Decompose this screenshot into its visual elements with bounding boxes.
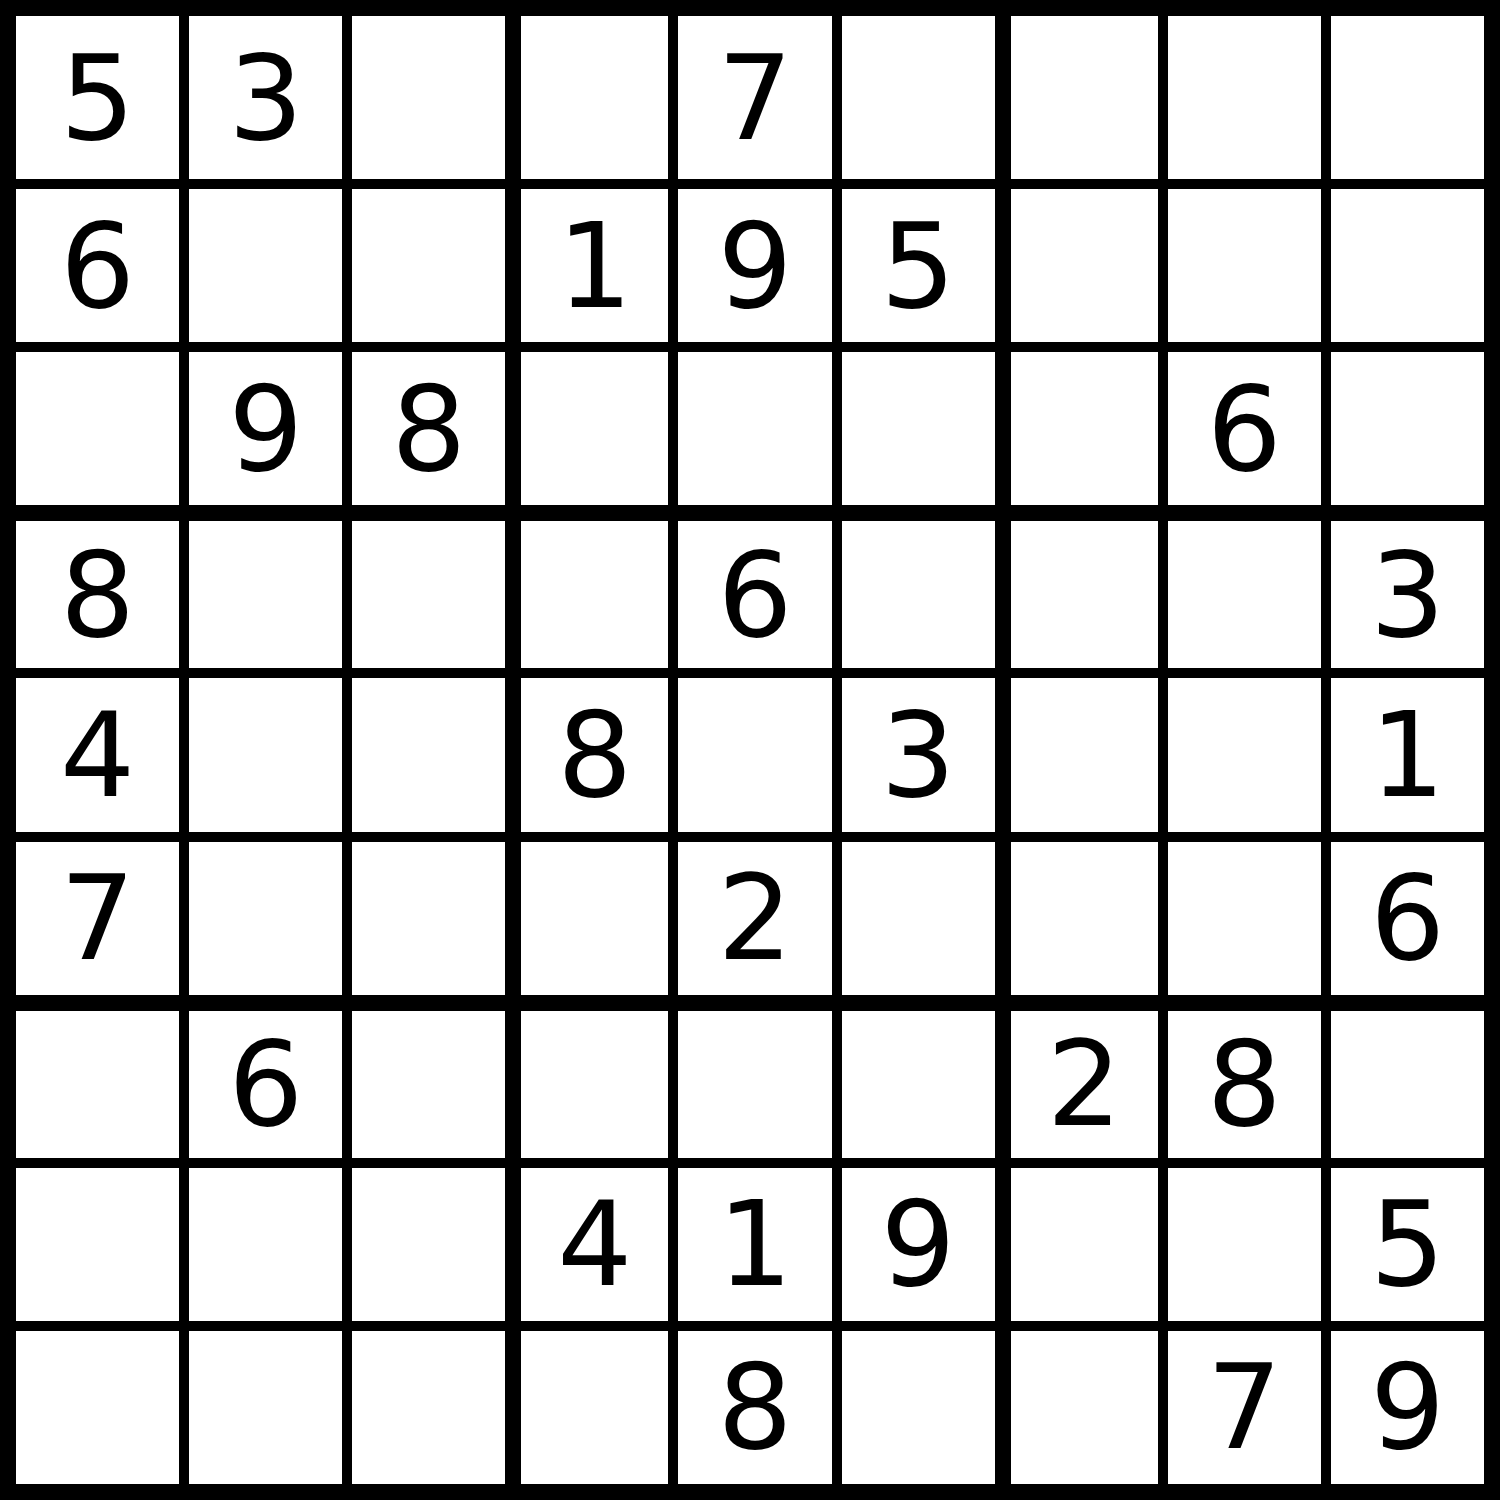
- cell-r9c6[interactable]: [832, 1321, 995, 1484]
- cell-r1c1: 5: [16, 16, 179, 179]
- cell-given-digit: 1: [717, 1185, 792, 1303]
- cell-r3c5[interactable]: [668, 342, 831, 505]
- cell-given-digit: 6: [1207, 370, 1282, 488]
- cell-given-digit: 6: [1370, 859, 1445, 977]
- cell-r3c6[interactable]: [832, 342, 995, 505]
- cell-given-digit: 1: [557, 207, 632, 325]
- cell-r8c2[interactable]: [179, 1158, 342, 1321]
- cell-r3c2: 9: [179, 342, 342, 505]
- cell-given-digit: 4: [60, 696, 135, 814]
- cell-r2c6: 5: [832, 179, 995, 342]
- cell-given-digit: 3: [1370, 536, 1445, 654]
- cell-r7c3[interactable]: [342, 995, 505, 1158]
- cell-r6c3[interactable]: [342, 832, 505, 995]
- cell-given-digit: 2: [1047, 1025, 1122, 1143]
- cell-r1c7[interactable]: [995, 16, 1158, 179]
- cell-r9c9: 9: [1321, 1321, 1484, 1484]
- cell-r5c2[interactable]: [179, 668, 342, 831]
- cell-r2c7[interactable]: [995, 179, 1158, 342]
- cell-given-digit: 8: [557, 696, 632, 814]
- cell-given-digit: 9: [881, 1185, 956, 1303]
- cell-r7c9[interactable]: [1321, 995, 1484, 1158]
- cell-given-digit: 5: [1370, 1185, 1445, 1303]
- cell-r3c9[interactable]: [1321, 342, 1484, 505]
- cell-r9c3[interactable]: [342, 1321, 505, 1484]
- cell-given-digit: 5: [881, 207, 956, 325]
- cell-r5c5[interactable]: [668, 668, 831, 831]
- cell-r9c4[interactable]: [505, 1321, 668, 1484]
- cell-r8c8[interactable]: [1158, 1158, 1321, 1321]
- cell-given-digit: 9: [228, 370, 303, 488]
- cell-r4c1: 8: [16, 505, 179, 668]
- cell-r6c9: 6: [1321, 832, 1484, 995]
- cell-given-digit: 5: [60, 39, 135, 157]
- cell-r3c4[interactable]: [505, 342, 668, 505]
- cell-r4c6[interactable]: [832, 505, 995, 668]
- cell-r3c3: 8: [342, 342, 505, 505]
- cell-r8c6: 9: [832, 1158, 995, 1321]
- cell-r1c3[interactable]: [342, 16, 505, 179]
- cell-r2c4: 1: [505, 179, 668, 342]
- cell-r5c9: 1: [1321, 668, 1484, 831]
- cell-given-digit: 3: [881, 696, 956, 814]
- cell-r4c8[interactable]: [1158, 505, 1321, 668]
- cell-r6c5: 2: [668, 832, 831, 995]
- cell-r5c3[interactable]: [342, 668, 505, 831]
- cell-r6c8[interactable]: [1158, 832, 1321, 995]
- cell-r8c9: 5: [1321, 1158, 1484, 1321]
- cell-given-digit: 8: [60, 536, 135, 654]
- cell-r9c7[interactable]: [995, 1321, 1158, 1484]
- cell-r5c1: 4: [16, 668, 179, 831]
- cell-r8c1[interactable]: [16, 1158, 179, 1321]
- cell-r5c7[interactable]: [995, 668, 1158, 831]
- cell-given-digit: 7: [717, 39, 792, 157]
- cell-given-digit: 8: [1207, 1025, 1282, 1143]
- cell-r9c5: 8: [668, 1321, 831, 1484]
- cell-r5c8[interactable]: [1158, 668, 1321, 831]
- cell-given-digit: 3: [228, 39, 303, 157]
- cell-r6c4[interactable]: [505, 832, 668, 995]
- cell-r3c1[interactable]: [16, 342, 179, 505]
- cell-r6c2[interactable]: [179, 832, 342, 995]
- cell-r8c5: 1: [668, 1158, 831, 1321]
- cell-r3c7[interactable]: [995, 342, 1158, 505]
- cell-r4c2[interactable]: [179, 505, 342, 668]
- cell-given-digit: 9: [717, 207, 792, 325]
- cell-r6c7[interactable]: [995, 832, 1158, 995]
- cell-r7c6[interactable]: [832, 995, 995, 1158]
- cell-r7c2: 6: [179, 995, 342, 1158]
- cell-r5c4: 8: [505, 668, 668, 831]
- cell-given-digit: 6: [60, 207, 135, 325]
- cell-r1c5: 7: [668, 16, 831, 179]
- cell-given-digit: 6: [228, 1025, 303, 1143]
- cell-r4c9: 3: [1321, 505, 1484, 668]
- cell-r2c8[interactable]: [1158, 179, 1321, 342]
- cell-r7c8: 8: [1158, 995, 1321, 1158]
- cell-r9c1[interactable]: [16, 1321, 179, 1484]
- cell-r9c8: 7: [1158, 1321, 1321, 1484]
- cell-r2c5: 9: [668, 179, 831, 342]
- cell-given-digit: 8: [391, 370, 466, 488]
- cell-r7c7: 2: [995, 995, 1158, 1158]
- cell-given-digit: 9: [1370, 1348, 1445, 1466]
- cell-r4c4[interactable]: [505, 505, 668, 668]
- cell-r7c5[interactable]: [668, 995, 831, 1158]
- cell-given-digit: 7: [1207, 1348, 1282, 1466]
- cell-r1c6[interactable]: [832, 16, 995, 179]
- cell-given-digit: 8: [717, 1348, 792, 1466]
- sudoku-board: 537619598686348317266284195879: [0, 0, 1500, 1500]
- cell-r3c8: 6: [1158, 342, 1321, 505]
- cell-given-digit: 4: [557, 1185, 632, 1303]
- cell-r1c9[interactable]: [1321, 16, 1484, 179]
- cell-r1c8[interactable]: [1158, 16, 1321, 179]
- cell-r2c2[interactable]: [179, 179, 342, 342]
- cell-r6c6[interactable]: [832, 832, 995, 995]
- cell-r7c4[interactable]: [505, 995, 668, 1158]
- cell-r1c4[interactable]: [505, 16, 668, 179]
- cell-r5c6: 3: [832, 668, 995, 831]
- cell-r8c3[interactable]: [342, 1158, 505, 1321]
- cell-r8c7[interactable]: [995, 1158, 1158, 1321]
- cell-r1c2: 3: [179, 16, 342, 179]
- cell-given-digit: 6: [717, 536, 792, 654]
- cell-r9c2[interactable]: [179, 1321, 342, 1484]
- cell-r4c5: 6: [668, 505, 831, 668]
- cell-r2c3[interactable]: [342, 179, 505, 342]
- cell-r2c1: 6: [16, 179, 179, 342]
- cell-r2c9[interactable]: [1321, 179, 1484, 342]
- cell-given-digit: 2: [717, 859, 792, 977]
- cell-r6c1: 7: [16, 832, 179, 995]
- cell-given-digit: 7: [60, 859, 135, 977]
- cell-given-digit: 1: [1370, 696, 1445, 814]
- cell-r4c3[interactable]: [342, 505, 505, 668]
- cell-r4c7[interactable]: [995, 505, 1158, 668]
- cell-r8c4: 4: [505, 1158, 668, 1321]
- cell-r7c1[interactable]: [16, 995, 179, 1158]
